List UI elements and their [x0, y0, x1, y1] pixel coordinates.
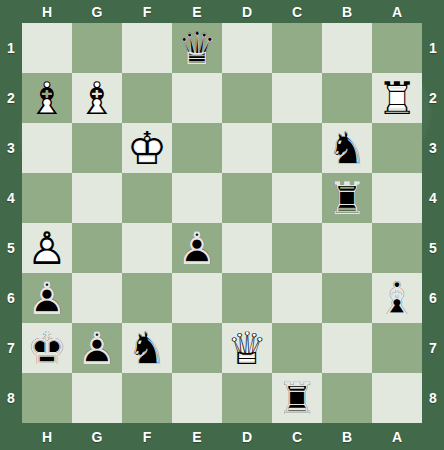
file-label-bottom-c: C [272, 423, 322, 450]
piece-glyph-fill: ♛ [172, 23, 222, 73]
piece-glyph-fill: ♞ [322, 123, 372, 173]
white-pawn[interactable]: ♟♙ [22, 223, 72, 273]
file-label-bottom-b: B [322, 423, 372, 450]
square-f2[interactable] [122, 73, 172, 123]
square-b3[interactable]: ♞♘ [322, 123, 372, 173]
black-knight[interactable]: ♞♘ [322, 123, 372, 173]
piece-glyph-fill: ♜ [372, 73, 422, 123]
piece-glyph-line: ♗ [22, 73, 72, 123]
square-h6[interactable]: ♟♙ [22, 273, 72, 323]
square-d2[interactable] [222, 73, 272, 123]
piece-glyph-line: ♙ [22, 223, 72, 273]
square-f1[interactable] [122, 23, 172, 73]
file-label-bottom-e: E [172, 423, 222, 450]
piece-glyph-line: ♖ [272, 373, 322, 423]
square-a3[interactable] [372, 123, 422, 173]
file-label-top-a: A [372, 0, 422, 23]
rank-label-right-7: 7 [422, 323, 444, 373]
square-c2[interactable] [272, 73, 322, 123]
rank-label-right-1: 1 [422, 23, 444, 73]
piece-glyph-fill: ♞ [122, 323, 172, 373]
rank-label-left-6: 6 [0, 273, 22, 323]
square-a2[interactable]: ♜♖ [372, 73, 422, 123]
white-king[interactable]: ♚♔ [122, 123, 172, 173]
file-label-bottom-a: A [372, 423, 422, 450]
square-f4[interactable] [122, 173, 172, 223]
square-a6[interactable]: ♝♗ [372, 273, 422, 323]
square-d3[interactable] [222, 123, 272, 173]
square-h2[interactable]: ♝♗ [22, 73, 72, 123]
rank-label-left-8: 8 [0, 373, 22, 423]
square-a1[interactable] [372, 23, 422, 73]
square-e7[interactable] [172, 323, 222, 373]
file-label-top-g: G [72, 0, 122, 23]
square-h7[interactable]: ♚♔ [22, 323, 72, 373]
square-h3[interactable] [22, 123, 72, 173]
black-queen[interactable]: ♛♕ [172, 23, 222, 73]
piece-glyph-line: ♙ [172, 223, 222, 273]
file-label-bottom-f: F [122, 423, 172, 450]
piece-glyph-fill: ♜ [322, 173, 372, 223]
file-label-top-h: H [22, 0, 72, 23]
piece-glyph-fill: ♜ [272, 373, 322, 423]
piece-glyph-line: ♖ [372, 73, 422, 123]
piece-glyph-fill: ♟ [172, 223, 222, 273]
rank-label-right-5: 5 [422, 223, 444, 273]
file-label-top-b: B [322, 0, 372, 23]
square-e6[interactable] [172, 273, 222, 323]
square-c4[interactable] [272, 173, 322, 223]
file-label-bottom-g: G [72, 423, 122, 450]
piece-glyph-line: ♘ [322, 123, 372, 173]
white-queen[interactable]: ♛♕ [222, 323, 272, 373]
piece-glyph-fill: ♟ [22, 273, 72, 323]
square-c3[interactable] [272, 123, 322, 173]
square-b4[interactable]: ♜♖ [322, 173, 372, 223]
square-g4[interactable] [72, 173, 122, 223]
square-f7[interactable]: ♞♘ [122, 323, 172, 373]
white-rook[interactable]: ♜♖ [372, 73, 422, 123]
black-pawn[interactable]: ♟♙ [172, 223, 222, 273]
rank-label-left-5: 5 [0, 223, 22, 273]
rank-label-right-8: 8 [422, 373, 444, 423]
square-a4[interactable] [372, 173, 422, 223]
piece-glyph-line: ♙ [22, 273, 72, 323]
square-h8[interactable] [22, 373, 72, 423]
square-a7[interactable] [372, 323, 422, 373]
frame-corner-bottom-left [0, 423, 22, 450]
piece-glyph-fill: ♟ [72, 323, 122, 373]
square-c5[interactable] [272, 223, 322, 273]
piece-glyph-line: ♗ [72, 73, 122, 123]
white-bishop[interactable]: ♝♗ [72, 73, 122, 123]
frame-corner-top-right [422, 0, 444, 23]
square-d5[interactable] [222, 223, 272, 273]
square-e4[interactable] [172, 173, 222, 223]
square-d1[interactable] [222, 23, 272, 73]
square-e5[interactable]: ♟♙ [172, 223, 222, 273]
square-b8[interactable] [322, 373, 372, 423]
rank-label-left-1: 1 [0, 23, 22, 73]
piece-glyph-line: ♖ [322, 173, 372, 223]
rank-label-left-7: 7 [0, 323, 22, 373]
square-a8[interactable] [372, 373, 422, 423]
square-g2[interactable]: ♝♗ [72, 73, 122, 123]
black-pawn[interactable]: ♟♙ [22, 273, 72, 323]
file-label-bottom-d: D [222, 423, 272, 450]
board-frame: HGFEDCBA1♛♕12♝♗♝♗♜♖23♚♔♞♘34♜♖45♟♙♟♙56♟♙♝… [0, 0, 444, 450]
piece-glyph-fill: ♝ [72, 73, 122, 123]
piece-glyph-line: ♘ [122, 323, 172, 373]
square-g3[interactable] [72, 123, 122, 173]
square-f3[interactable]: ♚♔ [122, 123, 172, 173]
square-c6[interactable] [272, 273, 322, 323]
black-king[interactable]: ♚♔ [22, 323, 72, 373]
file-label-top-c: C [272, 0, 322, 23]
square-b1[interactable] [322, 23, 372, 73]
rank-label-right-3: 3 [422, 123, 444, 173]
square-g7[interactable]: ♟♙ [72, 323, 122, 373]
square-b6[interactable] [322, 273, 372, 323]
rank-label-left-3: 3 [0, 123, 22, 173]
rank-label-right-6: 6 [422, 273, 444, 323]
black-bishop[interactable]: ♝♗ [372, 273, 422, 323]
square-e2[interactable] [172, 73, 222, 123]
square-g6[interactable] [72, 273, 122, 323]
piece-glyph-line: ♗ [372, 273, 422, 323]
piece-glyph-line: ♕ [222, 323, 272, 373]
square-a5[interactable] [372, 223, 422, 273]
square-b2[interactable] [322, 73, 372, 123]
piece-glyph-line: ♕ [172, 23, 222, 73]
piece-glyph-fill: ♟ [22, 223, 72, 273]
piece-glyph-fill: ♚ [22, 323, 72, 373]
square-g8[interactable] [72, 373, 122, 423]
black-knight[interactable]: ♞♘ [122, 323, 172, 373]
square-h1[interactable] [22, 23, 72, 73]
square-e3[interactable] [172, 123, 222, 173]
file-label-top-d: D [222, 0, 272, 23]
piece-glyph-fill: ♝ [22, 73, 72, 123]
piece-glyph-line: ♔ [122, 123, 172, 173]
square-h4[interactable] [22, 173, 72, 223]
file-label-top-e: E [172, 0, 222, 23]
black-pawn[interactable]: ♟♙ [72, 323, 122, 373]
frame-corner-bottom-right [422, 423, 444, 450]
rank-label-left-2: 2 [0, 73, 22, 123]
square-d4[interactable] [222, 173, 272, 223]
piece-glyph-fill: ♚ [122, 123, 172, 173]
square-d8[interactable] [222, 373, 272, 423]
square-c8[interactable]: ♜♖ [272, 373, 322, 423]
black-rook[interactable]: ♜♖ [272, 373, 322, 423]
square-g1[interactable] [72, 23, 122, 73]
square-e8[interactable] [172, 373, 222, 423]
piece-glyph-line: ♔ [22, 323, 72, 373]
square-b5[interactable] [322, 223, 372, 273]
piece-glyph-fill: ♛ [222, 323, 272, 373]
rank-label-right-2: 2 [422, 73, 444, 123]
white-bishop[interactable]: ♝♗ [22, 73, 72, 123]
square-c1[interactable] [272, 23, 322, 73]
square-b7[interactable] [322, 323, 372, 373]
square-f8[interactable] [122, 373, 172, 423]
square-d7[interactable]: ♛♕ [222, 323, 272, 373]
file-label-bottom-h: H [22, 423, 72, 450]
square-c7[interactable] [272, 323, 322, 373]
frame-corner-top-left [0, 0, 22, 23]
rank-label-right-4: 4 [422, 173, 444, 223]
square-g5[interactable] [72, 223, 122, 273]
black-rook[interactable]: ♜♖ [322, 173, 372, 223]
rank-label-left-4: 4 [0, 173, 22, 223]
square-d6[interactable] [222, 273, 272, 323]
square-h5[interactable]: ♟♙ [22, 223, 72, 273]
square-f6[interactable] [122, 273, 172, 323]
square-e1[interactable]: ♛♕ [172, 23, 222, 73]
file-label-top-f: F [122, 0, 172, 23]
piece-glyph-fill: ♝ [372, 273, 422, 323]
square-f5[interactable] [122, 223, 172, 273]
piece-glyph-line: ♙ [72, 323, 122, 373]
